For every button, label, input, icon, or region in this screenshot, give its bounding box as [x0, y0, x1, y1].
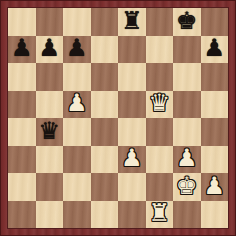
chess-board: ♜♚♟♟♟♟♟♛♛♟♟♚♟♜	[8, 8, 228, 228]
square-c4[interactable]	[63, 118, 91, 146]
square-f7[interactable]	[146, 36, 174, 64]
square-b8[interactable]	[36, 8, 64, 36]
square-e6[interactable]	[118, 63, 146, 91]
square-b7[interactable]: ♟	[36, 36, 64, 64]
square-a7[interactable]: ♟	[8, 36, 36, 64]
square-h7[interactable]: ♟	[201, 36, 229, 64]
piece-white-pawn[interactable]: ♟	[203, 174, 225, 198]
piece-black-pawn[interactable]: ♟	[66, 36, 88, 60]
piece-white-rook[interactable]: ♜	[148, 201, 170, 225]
square-g7[interactable]	[173, 36, 201, 64]
square-h3[interactable]	[201, 146, 229, 174]
piece-white-pawn[interactable]: ♟	[176, 146, 198, 170]
square-g3[interactable]: ♟	[173, 146, 201, 174]
square-e8[interactable]: ♜	[118, 8, 146, 36]
square-f4[interactable]	[146, 118, 174, 146]
square-b4[interactable]: ♛	[36, 118, 64, 146]
square-c1[interactable]	[63, 201, 91, 229]
square-a5[interactable]	[8, 91, 36, 119]
square-d3[interactable]	[91, 146, 119, 174]
square-d8[interactable]	[91, 8, 119, 36]
square-h1[interactable]	[201, 201, 229, 229]
piece-black-pawn[interactable]: ♟	[38, 36, 60, 60]
square-g4[interactable]	[173, 118, 201, 146]
square-f3[interactable]	[146, 146, 174, 174]
square-e2[interactable]	[118, 173, 146, 201]
square-f2[interactable]	[146, 173, 174, 201]
square-c8[interactable]	[63, 8, 91, 36]
square-e5[interactable]	[118, 91, 146, 119]
square-a2[interactable]	[8, 173, 36, 201]
square-c7[interactable]: ♟	[63, 36, 91, 64]
piece-black-pawn[interactable]: ♟	[203, 36, 225, 60]
square-g1[interactable]	[173, 201, 201, 229]
piece-black-rook[interactable]: ♜	[121, 9, 143, 33]
square-b2[interactable]	[36, 173, 64, 201]
square-g8[interactable]: ♚	[173, 8, 201, 36]
square-d4[interactable]	[91, 118, 119, 146]
square-a3[interactable]	[8, 146, 36, 174]
square-h4[interactable]	[201, 118, 229, 146]
square-h2[interactable]: ♟	[201, 173, 229, 201]
square-a4[interactable]	[8, 118, 36, 146]
square-g6[interactable]	[173, 63, 201, 91]
square-h5[interactable]	[201, 91, 229, 119]
square-a6[interactable]	[8, 63, 36, 91]
piece-white-king[interactable]: ♚	[176, 174, 198, 198]
square-a8[interactable]	[8, 8, 36, 36]
piece-black-pawn[interactable]: ♟	[11, 36, 33, 60]
square-f1[interactable]: ♜	[146, 201, 174, 229]
square-d5[interactable]	[91, 91, 119, 119]
square-e4[interactable]	[118, 118, 146, 146]
piece-white-pawn[interactable]: ♟	[121, 146, 143, 170]
square-d6[interactable]	[91, 63, 119, 91]
piece-black-queen[interactable]: ♛	[38, 119, 60, 143]
square-d1[interactable]	[91, 201, 119, 229]
piece-white-pawn[interactable]: ♟	[66, 91, 88, 115]
square-b6[interactable]	[36, 63, 64, 91]
square-d2[interactable]	[91, 173, 119, 201]
square-c6[interactable]	[63, 63, 91, 91]
square-f6[interactable]	[146, 63, 174, 91]
square-e7[interactable]	[118, 36, 146, 64]
square-d7[interactable]	[91, 36, 119, 64]
square-f5[interactable]: ♛	[146, 91, 174, 119]
square-a1[interactable]	[8, 201, 36, 229]
square-g2[interactable]: ♚	[173, 173, 201, 201]
board-frame: ♜♚♟♟♟♟♟♛♛♟♟♚♟♜	[0, 0, 236, 236]
square-c3[interactable]	[63, 146, 91, 174]
square-c2[interactable]	[63, 173, 91, 201]
square-e3[interactable]: ♟	[118, 146, 146, 174]
square-c5[interactable]: ♟	[63, 91, 91, 119]
square-f8[interactable]	[146, 8, 174, 36]
piece-black-king[interactable]: ♚	[176, 9, 198, 33]
square-e1[interactable]	[118, 201, 146, 229]
piece-white-queen[interactable]: ♛	[148, 91, 170, 115]
square-b1[interactable]	[36, 201, 64, 229]
square-b5[interactable]	[36, 91, 64, 119]
square-b3[interactable]	[36, 146, 64, 174]
square-g5[interactable]	[173, 91, 201, 119]
square-h6[interactable]	[201, 63, 229, 91]
square-h8[interactable]	[201, 8, 229, 36]
